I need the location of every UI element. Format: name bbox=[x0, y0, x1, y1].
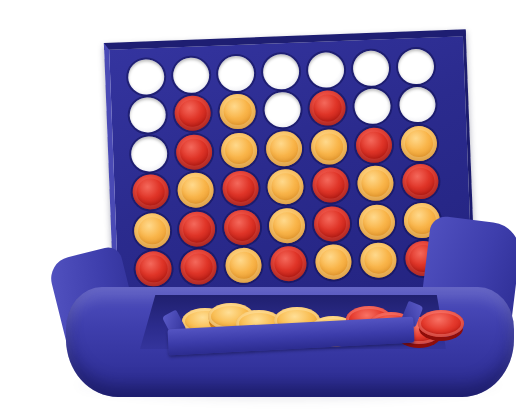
cell-r6-c1[interactable] bbox=[130, 249, 176, 289]
cell-r1-c4[interactable] bbox=[257, 51, 303, 91]
yellow-disc bbox=[224, 247, 261, 283]
red-disc bbox=[131, 174, 168, 210]
empty-hole bbox=[398, 87, 435, 123]
red-disc bbox=[401, 164, 438, 200]
yellow-disc bbox=[218, 94, 255, 130]
cell-r4-c1[interactable] bbox=[127, 172, 173, 212]
cell-r3-c2[interactable] bbox=[170, 132, 216, 172]
board-grid bbox=[122, 46, 446, 289]
cell-r5-c5[interactable] bbox=[308, 204, 354, 244]
cell-r1-c3[interactable] bbox=[212, 53, 258, 93]
cell-r4-c5[interactable] bbox=[307, 165, 353, 205]
cell-r5-c3[interactable] bbox=[218, 207, 264, 247]
empty-hole bbox=[352, 50, 389, 86]
cell-r6-c6[interactable] bbox=[355, 240, 401, 280]
red-disc bbox=[308, 90, 345, 126]
cell-r1-c6[interactable] bbox=[347, 48, 393, 88]
yellow-disc bbox=[356, 165, 393, 201]
yellow-disc bbox=[176, 172, 213, 208]
empty-hole bbox=[397, 48, 434, 84]
cell-r4-c6[interactable] bbox=[352, 163, 398, 203]
red-disc bbox=[223, 209, 260, 245]
red-disc bbox=[269, 246, 306, 282]
cell-r2-c7[interactable] bbox=[394, 85, 440, 125]
cell-r3-c1[interactable] bbox=[125, 134, 171, 174]
yellow-disc bbox=[266, 169, 303, 205]
yellow-disc bbox=[268, 207, 305, 243]
cell-r6-c3[interactable] bbox=[220, 246, 266, 286]
empty-hole bbox=[307, 52, 344, 88]
cell-r1-c2[interactable] bbox=[167, 55, 213, 95]
empty-hole bbox=[353, 88, 390, 124]
cell-r3-c4[interactable] bbox=[260, 128, 306, 168]
empty-hole bbox=[127, 59, 164, 95]
cell-r1-c1[interactable] bbox=[122, 57, 168, 97]
red-disc bbox=[221, 171, 258, 207]
empty-hole bbox=[262, 53, 299, 89]
red-disc bbox=[313, 206, 350, 242]
cell-r3-c3[interactable] bbox=[215, 130, 261, 170]
yellow-disc bbox=[359, 242, 396, 278]
yellow-disc bbox=[133, 212, 170, 248]
yellow-disc bbox=[310, 129, 347, 165]
red-disc bbox=[175, 134, 212, 170]
yellow-disc bbox=[314, 244, 351, 280]
cell-r4-c4[interactable] bbox=[262, 167, 308, 207]
cell-r3-c7[interactable] bbox=[395, 123, 441, 163]
cell-r3-c5[interactable] bbox=[305, 127, 351, 167]
empty-hole bbox=[129, 97, 166, 133]
cell-r2-c2[interactable] bbox=[169, 93, 215, 133]
yellow-disc bbox=[400, 125, 437, 161]
red-disc bbox=[179, 249, 216, 285]
cell-r5-c4[interactable] bbox=[263, 205, 309, 245]
cell-r6-c2[interactable] bbox=[175, 247, 221, 287]
cell-r2-c6[interactable] bbox=[349, 86, 395, 126]
tray-disc-red[interactable] bbox=[418, 310, 464, 337]
cell-r2-c4[interactable] bbox=[259, 90, 305, 130]
cell-r1-c5[interactable] bbox=[302, 50, 348, 90]
red-disc bbox=[355, 127, 392, 163]
cell-r6-c5[interactable] bbox=[310, 242, 356, 282]
empty-hole bbox=[263, 92, 300, 128]
cell-r6-c4[interactable] bbox=[265, 244, 311, 284]
cell-r3-c6[interactable] bbox=[350, 125, 396, 165]
cell-r5-c6[interactable] bbox=[353, 202, 399, 242]
cell-r4-c2[interactable] bbox=[172, 170, 218, 210]
yellow-disc bbox=[220, 132, 257, 168]
yellow-disc bbox=[358, 204, 395, 240]
empty-hole bbox=[172, 57, 209, 93]
cell-r5-c1[interactable] bbox=[128, 211, 174, 251]
red-disc bbox=[311, 167, 348, 203]
cell-r5-c2[interactable] bbox=[173, 209, 219, 249]
cell-r4-c3[interactable] bbox=[217, 169, 263, 209]
red-disc bbox=[178, 211, 215, 247]
cell-r1-c7[interactable] bbox=[392, 46, 438, 86]
board-panel bbox=[104, 29, 476, 314]
cell-r4-c7[interactable] bbox=[397, 162, 443, 202]
empty-hole bbox=[217, 55, 254, 91]
empty-hole bbox=[130, 136, 167, 172]
connect-four-scene bbox=[0, 0, 516, 418]
yellow-disc bbox=[265, 130, 302, 166]
cell-r2-c1[interactable] bbox=[124, 95, 170, 135]
cell-r2-c3[interactable] bbox=[214, 92, 260, 132]
red-disc bbox=[134, 251, 171, 287]
cell-r2-c5[interactable] bbox=[304, 88, 350, 128]
red-disc bbox=[174, 95, 211, 131]
